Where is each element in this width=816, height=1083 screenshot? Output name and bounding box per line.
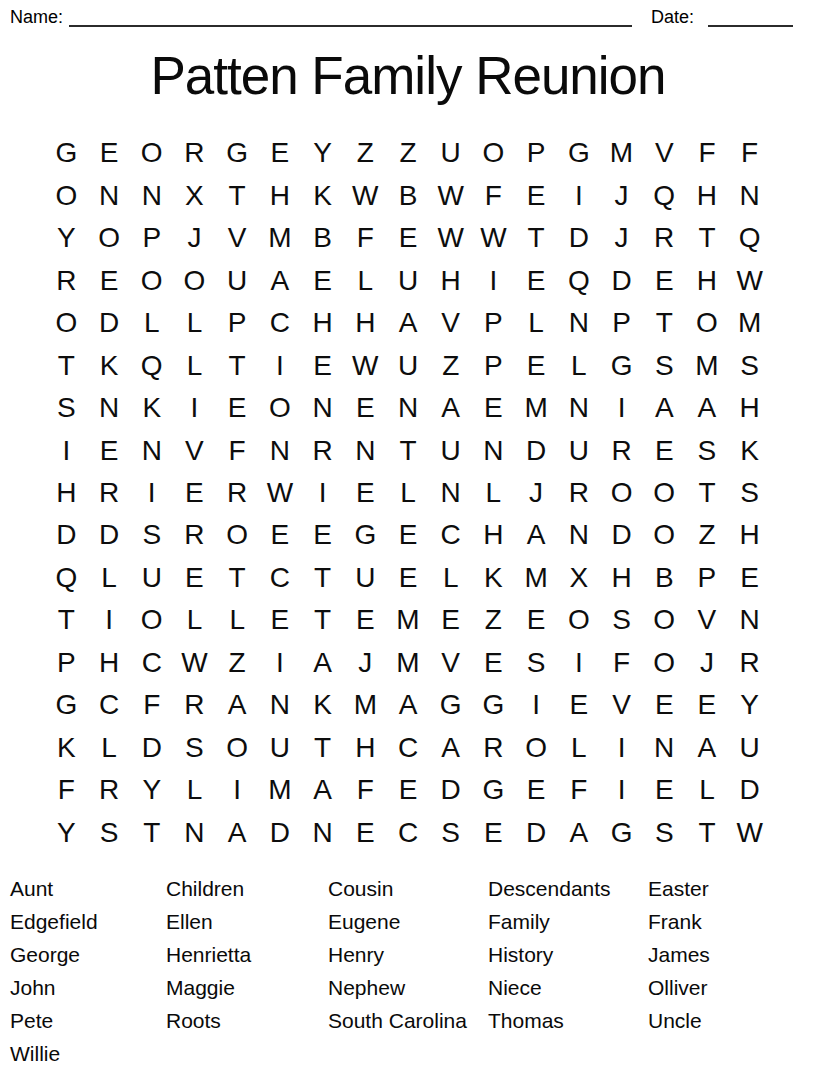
grid-cell[interactable]: B [643, 557, 686, 599]
word-list-item: Henrietta [166, 938, 328, 971]
word-list-item: John [10, 971, 166, 1004]
grid-cell[interactable]: K [45, 727, 88, 769]
grid-cell[interactable]: E [259, 514, 302, 556]
grid-cell[interactable]: M [387, 599, 430, 641]
grid-cell[interactable]: F [216, 429, 259, 471]
grid-cell[interactable]: T [643, 302, 686, 344]
grid-cell[interactable]: Z [216, 642, 259, 684]
grid-cell[interactable]: F [472, 174, 515, 216]
grid-cell[interactable]: M [387, 642, 430, 684]
grid-cell[interactable]: C [429, 514, 472, 556]
grid-cell[interactable]: I [130, 472, 173, 514]
grid-cell[interactable]: Z [344, 132, 387, 174]
grid-cell[interactable]: L [557, 344, 600, 386]
grid-cell[interactable]: Y [45, 812, 88, 854]
grid-cell[interactable]: N [301, 387, 344, 429]
grid-cell[interactable]: I [472, 259, 515, 301]
grid-cell[interactable]: Z [686, 514, 729, 556]
grid-cell[interactable]: T [301, 557, 344, 599]
grid-cell[interactable]: S [728, 344, 771, 386]
grid-cell[interactable]: T [45, 599, 88, 641]
grid-cell[interactable]: E [728, 557, 771, 599]
grid-cell[interactable]: U [429, 132, 472, 174]
grid-cell[interactable]: V [600, 684, 643, 726]
word-list-item: Willie [10, 1037, 166, 1070]
grid-cell[interactable]: E [387, 217, 430, 259]
grid-cell[interactable]: Y [45, 217, 88, 259]
grid-cell[interactable]: T [216, 557, 259, 599]
grid-cell[interactable]: A [686, 727, 729, 769]
grid-cell[interactable]: V [429, 302, 472, 344]
grid-cell[interactable]: D [515, 812, 558, 854]
grid-cell[interactable]: N [259, 684, 302, 726]
grid-cell[interactable]: D [515, 429, 558, 471]
grid-cell[interactable]: E [643, 429, 686, 471]
grid-cell[interactable]: E [643, 769, 686, 811]
grid-cell[interactable]: C [259, 302, 302, 344]
grid-cell[interactable]: N [88, 387, 131, 429]
grid-cell[interactable]: S [45, 387, 88, 429]
word-list-item: Niece [488, 971, 648, 1004]
grid-cell[interactable]: N [557, 514, 600, 556]
grid-cell[interactable]: O [45, 302, 88, 344]
grid-cell[interactable]: T [686, 812, 729, 854]
grid-cell[interactable]: Y [130, 769, 173, 811]
grid-cell[interactable]: E [344, 387, 387, 429]
grid-cell[interactable]: G [45, 132, 88, 174]
grid-cell[interactable]: H [429, 259, 472, 301]
grid-cell[interactable]: F [557, 769, 600, 811]
grid-cell[interactable]: I [216, 769, 259, 811]
grid-cell[interactable]: R [643, 217, 686, 259]
grid-cell[interactable]: F [130, 684, 173, 726]
grid-cell[interactable]: E [472, 812, 515, 854]
grid-cell[interactable]: R [301, 429, 344, 471]
grid-cell[interactable]: H [728, 387, 771, 429]
grid-cell[interactable]: S [515, 642, 558, 684]
grid-cell[interactable]: S [643, 344, 686, 386]
grid-cell[interactable]: E [301, 514, 344, 556]
grid-cell[interactable]: C [387, 727, 430, 769]
grid-cell[interactable]: L [472, 472, 515, 514]
grid-cell[interactable]: Q [130, 344, 173, 386]
grid-cell[interactable]: N [387, 387, 430, 429]
grid-cell[interactable]: G [344, 514, 387, 556]
grid-cell[interactable]: W [259, 472, 302, 514]
word-list-item: Henry [328, 938, 488, 971]
grid-cell[interactable]: C [387, 812, 430, 854]
grid-cell[interactable]: D [45, 514, 88, 556]
grid-cell[interactable]: A [387, 302, 430, 344]
grid-cell[interactable]: O [45, 174, 88, 216]
grid-cell[interactable]: G [472, 769, 515, 811]
grid-cell[interactable]: E [344, 599, 387, 641]
grid-cell[interactable]: F [344, 769, 387, 811]
name-fill-in-line [69, 25, 632, 27]
grid-cell[interactable]: L [173, 302, 216, 344]
grid-cell[interactable]: A [557, 812, 600, 854]
grid-cell[interactable]: V [686, 599, 729, 641]
grid-cell[interactable]: W [472, 217, 515, 259]
grid-cell[interactable]: E [557, 684, 600, 726]
grid-cell[interactable]: E [643, 259, 686, 301]
grid-cell[interactable]: D [600, 259, 643, 301]
grid-cell[interactable]: I [600, 387, 643, 429]
grid-cell[interactable]: E [387, 557, 430, 599]
grid-cell[interactable]: A [515, 514, 558, 556]
grid-cell[interactable]: R [600, 429, 643, 471]
grid-cell[interactable]: N [130, 429, 173, 471]
grid-cell[interactable]: F [600, 642, 643, 684]
grid-cell[interactable]: W [344, 344, 387, 386]
grid-cell[interactable]: M [728, 302, 771, 344]
grid-cell[interactable]: H [344, 302, 387, 344]
grid-cell[interactable]: O [216, 514, 259, 556]
grid-cell[interactable]: H [686, 259, 729, 301]
grid-cell[interactable]: K [88, 344, 131, 386]
grid-cell[interactable]: H [88, 642, 131, 684]
grid-cell[interactable]: O [686, 302, 729, 344]
grid-cell[interactable]: R [216, 472, 259, 514]
grid-cell[interactable]: A [216, 812, 259, 854]
grid-cell[interactable]: E [686, 684, 729, 726]
grid-cell[interactable]: U [130, 557, 173, 599]
grid-cell[interactable]: Y [301, 132, 344, 174]
grid-cell[interactable]: U [387, 344, 430, 386]
grid-cell[interactable]: O [130, 259, 173, 301]
grid-cell[interactable]: U [429, 429, 472, 471]
grid-cell[interactable]: X [173, 174, 216, 216]
grid-cell[interactable]: H [472, 514, 515, 556]
grid-cell[interactable]: M [259, 217, 302, 259]
grid-cell[interactable]: T [45, 344, 88, 386]
grid-cell[interactable]: L [216, 599, 259, 641]
grid-cell[interactable]: K [301, 174, 344, 216]
grid-cell[interactable]: K [130, 387, 173, 429]
grid-cell[interactable]: T [686, 217, 729, 259]
grid-cell[interactable]: S [728, 472, 771, 514]
grid-cell[interactable]: T [130, 812, 173, 854]
grid-cell[interactable]: P [472, 302, 515, 344]
grid-cell[interactable]: C [88, 684, 131, 726]
grid-cell[interactable]: E [88, 429, 131, 471]
grid-cell[interactable]: O [472, 132, 515, 174]
grid-cell[interactable]: E [429, 599, 472, 641]
grid-cell[interactable]: M [344, 684, 387, 726]
grid-cell[interactable]: O [173, 259, 216, 301]
grid-cell[interactable]: O [130, 132, 173, 174]
grid-cell[interactable]: O [600, 472, 643, 514]
grid-cell[interactable]: V [429, 642, 472, 684]
grid-cell[interactable]: N [130, 174, 173, 216]
grid-cell[interactable]: O [88, 217, 131, 259]
grid-cell[interactable]: G [45, 684, 88, 726]
grid-cell[interactable]: E [173, 472, 216, 514]
grid-cell[interactable]: D [259, 812, 302, 854]
grid-cell[interactable]: S [686, 429, 729, 471]
grid-cell[interactable]: K [472, 557, 515, 599]
grid-cell[interactable]: O [216, 727, 259, 769]
grid-cell[interactable]: O [259, 387, 302, 429]
grid-cell[interactable]: T [301, 599, 344, 641]
grid-cell[interactable]: E [259, 599, 302, 641]
grid-cell[interactable]: J [173, 217, 216, 259]
grid-cell[interactable]: B [301, 217, 344, 259]
grid-cell[interactable]: C [130, 642, 173, 684]
grid-cell[interactable]: M [515, 387, 558, 429]
grid-cell[interactable]: L [173, 769, 216, 811]
grid-cell[interactable]: L [387, 472, 430, 514]
grid-cell[interactable]: E [515, 769, 558, 811]
grid-cell[interactable]: A [301, 769, 344, 811]
grid-cell[interactable]: C [259, 557, 302, 599]
grid-cell[interactable]: O [643, 472, 686, 514]
grid-cell[interactable]: E [515, 259, 558, 301]
grid-cell[interactable]: M [600, 132, 643, 174]
grid-cell[interactable]: J [344, 642, 387, 684]
grid-cell[interactable]: G [429, 684, 472, 726]
grid-cell[interactable]: D [130, 727, 173, 769]
grid-cell[interactable]: I [515, 684, 558, 726]
grid-cell[interactable]: Q [728, 217, 771, 259]
grid-cell[interactable]: S [429, 812, 472, 854]
grid-cell[interactable]: F [45, 769, 88, 811]
grid-cell[interactable]: R [88, 472, 131, 514]
grid-cell[interactable]: E [643, 684, 686, 726]
grid-cell[interactable]: H [45, 472, 88, 514]
grid-cell[interactable]: O [557, 599, 600, 641]
grid-cell[interactable]: P [130, 217, 173, 259]
grid-cell[interactable]: T [686, 472, 729, 514]
grid-cell[interactable]: O [643, 599, 686, 641]
grid-cell[interactable]: S [643, 812, 686, 854]
grid-cell[interactable]: D [600, 514, 643, 556]
grid-cell[interactable]: G [216, 132, 259, 174]
grid-cell[interactable]: N [728, 599, 771, 641]
grid-cell[interactable]: H [301, 302, 344, 344]
grid-cell[interactable]: K [728, 429, 771, 471]
grid-cell[interactable]: N [472, 429, 515, 471]
grid-cell[interactable]: Z [387, 132, 430, 174]
grid-cell[interactable]: E [344, 472, 387, 514]
grid-cell[interactable]: A [387, 684, 430, 726]
grid-cell[interactable]: O [643, 642, 686, 684]
grid-cell[interactable]: S [88, 812, 131, 854]
grid-cell[interactable]: P [686, 557, 729, 599]
grid-cell[interactable]: B [387, 174, 430, 216]
grid-cell[interactable]: L [429, 557, 472, 599]
grid-cell[interactable]: P [216, 302, 259, 344]
grid-cell[interactable]: I [259, 642, 302, 684]
grid-cell[interactable]: T [515, 217, 558, 259]
grid-cell[interactable]: U [387, 259, 430, 301]
grid-cell[interactable]: E [387, 514, 430, 556]
grid-cell[interactable]: A [429, 387, 472, 429]
grid-cell[interactable]: L [88, 557, 131, 599]
grid-cell[interactable]: G [600, 344, 643, 386]
grid-cell[interactable]: H [344, 727, 387, 769]
grid-cell[interactable]: P [515, 132, 558, 174]
grid-cell[interactable]: U [344, 557, 387, 599]
grid-cell[interactable]: L [557, 727, 600, 769]
grid-cell[interactable]: T [216, 174, 259, 216]
grid-cell[interactable]: R [88, 769, 131, 811]
grid-cell[interactable]: R [472, 727, 515, 769]
grid-cell[interactable]: E [301, 259, 344, 301]
grid-cell[interactable]: H [728, 514, 771, 556]
grid-cell[interactable]: L [88, 727, 131, 769]
worksheet-page: Name: Date: Patten Family Reunion GEORGE… [0, 0, 816, 1083]
grid-cell[interactable]: L [515, 302, 558, 344]
grid-cell[interactable]: N [643, 727, 686, 769]
grid-cell[interactable]: R [173, 514, 216, 556]
grid-cell[interactable]: I [173, 387, 216, 429]
grid-cell[interactable]: F [686, 132, 729, 174]
grid-cell[interactable]: R [173, 684, 216, 726]
grid-cell[interactable]: Q [643, 174, 686, 216]
grid-cell[interactable]: E [216, 387, 259, 429]
grid-cell[interactable]: R [557, 472, 600, 514]
grid-cell[interactable]: L [173, 344, 216, 386]
grid-cell[interactable]: A [301, 642, 344, 684]
grid-cell[interactable]: V [643, 132, 686, 174]
grid-cell[interactable]: W [173, 642, 216, 684]
grid-cell[interactable]: A [686, 387, 729, 429]
grid-cell[interactable]: Z [429, 344, 472, 386]
grid-cell[interactable]: E [472, 642, 515, 684]
grid-cell[interactable]: N [259, 429, 302, 471]
grid-cell[interactable]: I [600, 727, 643, 769]
grid-cell[interactable]: J [600, 217, 643, 259]
grid-cell[interactable]: D [728, 769, 771, 811]
grid-cell[interactable]: Q [45, 557, 88, 599]
word-list-item: James [648, 938, 808, 971]
grid-cell[interactable]: A [259, 259, 302, 301]
grid-cell[interactable]: E [88, 132, 131, 174]
grid-cell[interactable]: U [557, 429, 600, 471]
grid-cell[interactable]: R [45, 259, 88, 301]
grid-cell[interactable]: H [600, 557, 643, 599]
grid-cell[interactable]: E [88, 259, 131, 301]
grid-cell[interactable]: O [643, 514, 686, 556]
grid-cell[interactable]: I [557, 174, 600, 216]
grid-cell[interactable]: M [515, 557, 558, 599]
grid-cell[interactable]: I [88, 599, 131, 641]
grid-cell[interactable]: L [173, 599, 216, 641]
grid-cell[interactable]: E [301, 344, 344, 386]
grid-cell[interactable]: I [600, 769, 643, 811]
grid-cell[interactable]: J [600, 174, 643, 216]
grid-cell[interactable]: R [173, 132, 216, 174]
grid-cell[interactable]: P [600, 302, 643, 344]
grid-cell[interactable]: M [259, 769, 302, 811]
grid-cell[interactable]: W [728, 812, 771, 854]
grid-cell[interactable]: T [387, 429, 430, 471]
grid-cell[interactable]: E [344, 812, 387, 854]
grid-cell[interactable]: N [301, 812, 344, 854]
grid-cell[interactable]: D [557, 217, 600, 259]
grid-cell[interactable]: W [429, 217, 472, 259]
grid-cell[interactable]: P [45, 642, 88, 684]
grid-cell[interactable]: E [259, 132, 302, 174]
grid-cell[interactable]: L [344, 259, 387, 301]
grid-cell[interactable]: E [387, 769, 430, 811]
grid-cell[interactable]: S [173, 727, 216, 769]
grid-cell[interactable]: N [344, 429, 387, 471]
grid-cell[interactable]: L [686, 769, 729, 811]
grid-cell[interactable]: F [728, 132, 771, 174]
word-list: AuntChildrenCousinDescendantsEasterEdgef… [10, 872, 808, 1070]
grid-cell[interactable]: G [600, 812, 643, 854]
grid-cell[interactable]: E [515, 174, 558, 216]
grid-cell[interactable]: S [130, 514, 173, 556]
grid-cell[interactable]: L [130, 302, 173, 344]
grid-cell[interactable]: V [173, 429, 216, 471]
grid-cell[interactable]: A [643, 387, 686, 429]
grid-cell[interactable]: G [557, 132, 600, 174]
grid-cell[interactable]: Y [728, 684, 771, 726]
grid-cell[interactable]: O [130, 599, 173, 641]
grid-cell[interactable]: E [515, 599, 558, 641]
grid-cell[interactable]: Z [472, 599, 515, 641]
grid-cell[interactable]: D [88, 514, 131, 556]
grid-cell[interactable]: E [173, 557, 216, 599]
grid-cell[interactable]: E [515, 344, 558, 386]
grid-cell[interactable]: I [259, 344, 302, 386]
grid-cell[interactable]: R [728, 642, 771, 684]
grid-cell[interactable]: W [344, 174, 387, 216]
grid-cell[interactable]: W [429, 174, 472, 216]
grid-cell[interactable]: V [216, 217, 259, 259]
grid-cell[interactable]: H [259, 174, 302, 216]
grid-cell[interactable]: J [686, 642, 729, 684]
grid-cell[interactable]: F [344, 217, 387, 259]
grid-cell[interactable]: U [216, 259, 259, 301]
grid-cell[interactable]: U [259, 727, 302, 769]
grid-cell[interactable]: N [557, 302, 600, 344]
grid-cell[interactable]: O [515, 727, 558, 769]
grid-cell[interactable]: U [728, 727, 771, 769]
grid-cell[interactable]: A [216, 684, 259, 726]
grid-cell[interactable]: I [45, 429, 88, 471]
grid-cell[interactable]: N [173, 812, 216, 854]
grid-cell[interactable]: N [728, 174, 771, 216]
grid-cell[interactable]: X [557, 557, 600, 599]
grid-cell[interactable]: Q [557, 259, 600, 301]
grid-cell[interactable]: A [429, 727, 472, 769]
grid-cell[interactable]: H [686, 174, 729, 216]
grid-cell[interactable]: N [429, 472, 472, 514]
grid-cell[interactable]: I [301, 472, 344, 514]
word-search-grid: GEORGEYZZUOPGMVFFONNXTHKWBWFEIJQHNYOPJVM… [45, 132, 771, 854]
grid-cell[interactable]: N [88, 174, 131, 216]
grid-cell[interactable]: D [429, 769, 472, 811]
grid-cell[interactable]: N [557, 387, 600, 429]
grid-cell[interactable]: G [472, 684, 515, 726]
grid-cell[interactable]: S [600, 599, 643, 641]
grid-cell[interactable]: E [472, 387, 515, 429]
grid-cell[interactable]: K [301, 684, 344, 726]
grid-cell[interactable]: J [515, 472, 558, 514]
grid-cell[interactable]: T [216, 344, 259, 386]
page-title: Patten Family Reunion [0, 44, 816, 108]
grid-cell[interactable]: I [557, 642, 600, 684]
grid-cell[interactable]: M [686, 344, 729, 386]
grid-cell[interactable]: D [88, 302, 131, 344]
grid-cell[interactable]: T [301, 727, 344, 769]
grid-cell[interactable]: P [472, 344, 515, 386]
grid-cell[interactable]: W [728, 259, 771, 301]
